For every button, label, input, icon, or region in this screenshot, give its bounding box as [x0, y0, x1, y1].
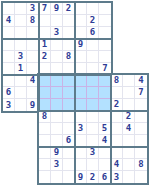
- cell-r13c11: 8: [135, 159, 147, 171]
- cell-r7c10[interactable]: [123, 87, 135, 99]
- box-border-line: [3, 38, 111, 40]
- cell-r3c3: 1: [39, 39, 51, 51]
- cell-r6c7[interactable]: [87, 75, 99, 87]
- cell-r7c6[interactable]: [75, 87, 87, 99]
- box-border-line: [3, 74, 111, 76]
- sudoku-grid-2: 84728235464933489263: [37, 73, 149, 185]
- cell-r9c11[interactable]: [135, 111, 147, 123]
- cell-r14c6: 9: [75, 171, 87, 183]
- cell-r7c3[interactable]: [39, 87, 51, 99]
- cell-r6c0[interactable]: [3, 75, 15, 87]
- cell-r6c4[interactable]: [51, 75, 63, 87]
- box-border-line: [38, 3, 40, 111]
- cell-r1c6[interactable]: [75, 15, 87, 27]
- cell-r6c9: 8: [111, 75, 123, 87]
- cell-r12c9[interactable]: [111, 147, 123, 159]
- cell-r4c3: 2: [39, 51, 51, 63]
- cell-r12c4: 9: [51, 147, 63, 159]
- cell-r12c11[interactable]: [135, 147, 147, 159]
- cell-r1c0: 4: [3, 15, 15, 27]
- cell-r6c1[interactable]: [15, 75, 27, 87]
- box-border-line: [74, 75, 76, 183]
- cell-r14c11[interactable]: [135, 171, 147, 183]
- cell-r13c4: 3: [51, 159, 63, 171]
- cell-r4c1: 3: [15, 51, 27, 63]
- box-border-line: [39, 146, 147, 148]
- cell-r14c10[interactable]: [123, 171, 135, 183]
- cell-r0c0[interactable]: [3, 3, 15, 15]
- cell-r3c4[interactable]: [51, 39, 63, 51]
- cell-r1c3[interactable]: [39, 15, 51, 27]
- cell-r14c4[interactable]: [51, 171, 63, 183]
- box-border-line: [39, 110, 147, 112]
- cell-r9c6[interactable]: [75, 111, 87, 123]
- cell-r14c7: 2: [87, 171, 99, 183]
- cell-r13c6[interactable]: [75, 159, 87, 171]
- cell-r10c7[interactable]: [87, 123, 99, 135]
- cell-r4c6[interactable]: [75, 51, 87, 63]
- cell-r8c1[interactable]: [15, 99, 27, 111]
- cell-r14c3[interactable]: [39, 171, 51, 183]
- cell-r7c9[interactable]: [111, 87, 123, 99]
- cell-r3c8[interactable]: [99, 39, 111, 51]
- cell-r3c6: 9: [75, 39, 87, 51]
- cell-r3c7[interactable]: [87, 39, 99, 51]
- cell-r4c4[interactable]: [51, 51, 63, 63]
- cell-r13c9: 4: [111, 159, 123, 171]
- cell-r7c1[interactable]: [15, 87, 27, 99]
- cell-r1c1[interactable]: [15, 15, 27, 27]
- cell-r1c4[interactable]: [51, 15, 63, 27]
- cell-r1c7: 2: [87, 15, 99, 27]
- cell-r0c4: 9: [51, 3, 63, 15]
- cell-r10c3[interactable]: [39, 123, 51, 135]
- cell-r12c7: 3: [87, 147, 99, 159]
- cell-r1c8[interactable]: [99, 15, 111, 27]
- cell-r0c8[interactable]: [99, 3, 111, 15]
- cell-r10c4[interactable]: [51, 123, 63, 135]
- cell-r7c4[interactable]: [51, 87, 63, 99]
- cell-r6c3[interactable]: [39, 75, 51, 87]
- cell-r10c10: 4: [123, 123, 135, 135]
- cell-r10c6: 3: [75, 123, 87, 135]
- cell-r7c7[interactable]: [87, 87, 99, 99]
- cell-r10c9[interactable]: [111, 123, 123, 135]
- cell-r13c7[interactable]: [87, 159, 99, 171]
- cell-r3c0[interactable]: [3, 39, 15, 51]
- cell-r8c0: 3: [3, 99, 15, 111]
- cell-r0c1[interactable]: [15, 3, 27, 15]
- cell-r4c0[interactable]: [3, 51, 15, 63]
- box-border-line: [110, 75, 112, 183]
- cell-r7c0: 6: [3, 87, 15, 99]
- cell-r9c10: 2: [123, 111, 135, 123]
- cell-r13c10[interactable]: [123, 159, 135, 171]
- cell-r12c3[interactable]: [39, 147, 51, 159]
- cell-r7c11: 7: [135, 87, 147, 99]
- cell-r4c8[interactable]: [99, 51, 111, 63]
- cell-r3c1[interactable]: [15, 39, 27, 51]
- cell-r9c3: 8: [39, 111, 51, 123]
- cell-r6c6[interactable]: [75, 75, 87, 87]
- cell-r14c9: 3: [111, 171, 123, 183]
- cell-r9c4[interactable]: [51, 111, 63, 123]
- cell-r6c10[interactable]: [123, 75, 135, 87]
- cell-r12c6[interactable]: [75, 147, 87, 159]
- cell-r0c6[interactable]: [75, 3, 87, 15]
- cell-r10c11[interactable]: [135, 123, 147, 135]
- cell-r6c11: 4: [135, 75, 147, 87]
- cell-r0c3: 7: [39, 3, 51, 15]
- cell-r12c10[interactable]: [123, 147, 135, 159]
- cell-r13c3[interactable]: [39, 159, 51, 171]
- twodoku-board: 37924823619328174639 8472823546493348926…: [1, 1, 149, 185]
- cell-r9c7[interactable]: [87, 111, 99, 123]
- cell-r9c9[interactable]: [111, 111, 123, 123]
- cell-r0c7[interactable]: [87, 3, 99, 15]
- cell-r4c7[interactable]: [87, 51, 99, 63]
